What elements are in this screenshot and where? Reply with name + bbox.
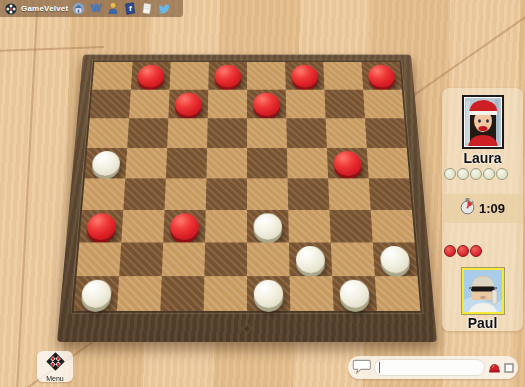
floor-plank-seam: [16, 10, 37, 387]
player-name-laura: Laura: [463, 150, 501, 166]
red-checker[interactable]: [170, 213, 199, 239]
board-cell-g8: [323, 62, 363, 90]
chat-bar: [348, 356, 518, 379]
board-cell-c2: [162, 242, 205, 276]
board-cell-b6[interactable]: [127, 118, 168, 148]
board-cell-h6[interactable]: [365, 118, 407, 148]
board-cell-e8: [247, 62, 286, 90]
board-cell-c3[interactable]: [163, 210, 206, 243]
frame-ornament-icon: [242, 324, 252, 334]
avatar-paul[interactable]: [462, 268, 504, 314]
menu-label: Menu: [46, 375, 64, 382]
turn-timer: 1:09: [442, 194, 523, 223]
board-cell-e4: [247, 178, 288, 210]
board-cell-e5[interactable]: [247, 148, 288, 179]
board-cell-g4: [328, 178, 371, 210]
captured-red-pieces: [442, 245, 482, 257]
red-siren-icon[interactable]: [488, 359, 501, 377]
popout-square-icon[interactable]: [504, 359, 514, 377]
captured-white-pieces: [442, 168, 508, 180]
stopwatch-icon: [460, 198, 475, 219]
chat-input[interactable]: [374, 359, 485, 376]
captured-red-piece: [470, 245, 482, 257]
red-checker[interactable]: [214, 64, 240, 87]
board-cell-f4[interactable]: [288, 178, 330, 210]
board-cell-h7: [363, 90, 404, 119]
white-checker[interactable]: [81, 279, 112, 307]
red-checker[interactable]: [291, 64, 318, 87]
board-cell-h5: [367, 148, 409, 179]
board-cell-b3: [121, 210, 164, 243]
board-cell-a8: [92, 62, 132, 90]
board-cell-g2: [331, 242, 375, 276]
white-checker[interactable]: [254, 213, 283, 239]
captured-white-piece: [483, 168, 495, 180]
board-cell-b1: [117, 276, 162, 311]
board-cell-g7[interactable]: [324, 90, 365, 119]
board-cell-c6: [167, 118, 208, 148]
board-cell-f3: [288, 210, 331, 243]
board-cell-d5: [206, 148, 247, 179]
board-cell-f7: [286, 90, 326, 119]
red-checker[interactable]: [253, 92, 280, 115]
board-cell-b8[interactable]: [131, 62, 171, 90]
board-cell-a6: [87, 118, 129, 148]
board-cell-d4[interactable]: [206, 178, 247, 210]
red-checker[interactable]: [333, 151, 362, 176]
board-cell-e2: [247, 242, 290, 276]
speech-bubble-icon[interactable]: [352, 358, 371, 378]
captured-red-piece: [444, 245, 456, 257]
board-cell-a4: [82, 178, 125, 210]
player-name-paul: Paul: [468, 315, 498, 331]
menu-button[interactable]: Menu: [37, 351, 73, 382]
board-cell-c5[interactable]: [166, 148, 207, 179]
white-checker[interactable]: [380, 246, 411, 273]
captured-white-piece: [457, 168, 469, 180]
board-cell-a5[interactable]: [85, 148, 127, 179]
board-cell-h3: [371, 210, 415, 243]
board-grid: [74, 62, 421, 311]
board-cell-f2[interactable]: [289, 242, 332, 276]
board-cell-d7: [208, 90, 247, 119]
board-cell-d2[interactable]: [204, 242, 247, 276]
board-cell-g5[interactable]: [327, 148, 369, 179]
board-cell-f6[interactable]: [286, 118, 327, 148]
board-cell-c7[interactable]: [168, 90, 208, 119]
board-cell-a2: [77, 242, 122, 276]
red-checker[interactable]: [175, 92, 202, 115]
board-cell-b4[interactable]: [123, 178, 166, 210]
board-cell-h4[interactable]: [369, 178, 412, 210]
board-cell-a3[interactable]: [79, 210, 123, 243]
board-cell-f8[interactable]: [285, 62, 324, 90]
white-checker[interactable]: [91, 151, 120, 176]
gamevelvet-logo-icon: [4, 2, 17, 15]
avatar-laura[interactable]: [462, 95, 504, 149]
captured-white-piece: [444, 168, 456, 180]
players-panel: Laura 1:09 Paul: [442, 88, 523, 331]
board-cell-f5: [287, 148, 328, 179]
board-cell-b2[interactable]: [119, 242, 163, 276]
board-cell-g6: [326, 118, 367, 148]
board-cell-c8: [170, 62, 209, 90]
captured-white-piece: [470, 168, 482, 180]
board-cell-f1: [290, 276, 334, 311]
board-cell-a1[interactable]: [74, 276, 120, 311]
board-cell-b5: [125, 148, 167, 179]
board-cell-e6: [247, 118, 287, 148]
board-cell-e3[interactable]: [247, 210, 289, 243]
timer-value: 1:09: [479, 201, 505, 216]
board-cell-g3[interactable]: [329, 210, 372, 243]
board-cell-h8[interactable]: [361, 62, 401, 90]
board-frame: [57, 54, 437, 342]
checkers-diamond-icon: [46, 352, 65, 375]
board-cell-b7: [129, 90, 170, 119]
board-cell-d3: [205, 210, 247, 243]
board-cell-d8[interactable]: [208, 62, 247, 90]
board-cell-d6[interactable]: [207, 118, 247, 148]
board-cell-h2[interactable]: [373, 242, 418, 276]
board-cell-e7[interactable]: [247, 90, 286, 119]
white-checker[interactable]: [296, 246, 326, 273]
board-cell-c1[interactable]: [160, 276, 204, 311]
board-cell-g1[interactable]: [332, 276, 377, 311]
board-cell-e1[interactable]: [247, 276, 290, 311]
red-checker[interactable]: [86, 213, 116, 239]
white-checker[interactable]: [339, 279, 370, 307]
captured-red-piece: [457, 245, 469, 257]
board-cell-d1: [204, 276, 247, 311]
board-cell-h1: [375, 276, 421, 311]
board-cell-c4: [165, 178, 207, 210]
checkers-board-scene: [57, 4, 437, 342]
board-cell-a7[interactable]: [90, 90, 131, 119]
red-checker[interactable]: [368, 64, 396, 87]
captured-white-piece: [496, 168, 508, 180]
text-caret: [379, 362, 380, 373]
red-checker[interactable]: [137, 64, 164, 87]
white-checker[interactable]: [254, 279, 284, 307]
